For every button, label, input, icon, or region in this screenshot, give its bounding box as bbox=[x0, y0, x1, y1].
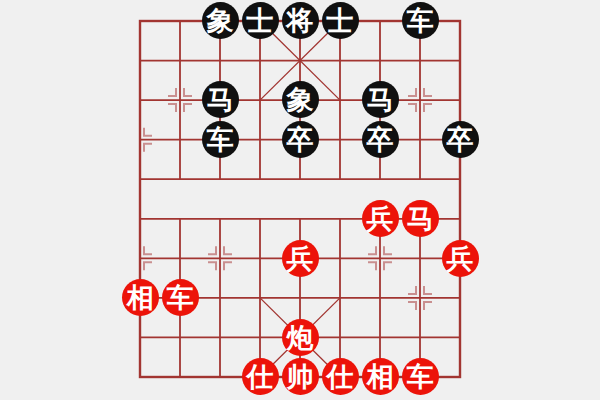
board-point[interactable] bbox=[160, 357, 200, 397]
piece-black-horse[interactable]: 马 bbox=[362, 81, 399, 118]
board-point[interactable] bbox=[160, 41, 200, 81]
board-point[interactable] bbox=[120, 357, 160, 397]
board-point[interactable] bbox=[320, 278, 360, 318]
board-point[interactable] bbox=[120, 1, 160, 41]
board-point[interactable] bbox=[320, 80, 360, 120]
board-point[interactable]: 相 bbox=[120, 278, 160, 318]
board-point[interactable] bbox=[120, 317, 160, 357]
board-point[interactable]: 士 bbox=[240, 1, 280, 41]
board-point[interactable] bbox=[400, 238, 440, 278]
xiangqi-app-screen: 象士将士车马象马车卒卒卒兵马兵兵相车炮仕帅仕相车 bbox=[0, 0, 600, 400]
board-point[interactable] bbox=[160, 159, 200, 199]
board-point[interactable] bbox=[160, 199, 200, 239]
piece-red-chariot[interactable]: 车 bbox=[162, 279, 199, 316]
board-point[interactable]: 卒 bbox=[360, 120, 400, 160]
board-point[interactable] bbox=[240, 159, 280, 199]
board-point[interactable] bbox=[280, 159, 320, 199]
board-point[interactable] bbox=[240, 238, 280, 278]
board-point[interactable]: 帅 bbox=[280, 357, 320, 397]
piece-red-soldier[interactable]: 兵 bbox=[362, 200, 399, 237]
board-point[interactable] bbox=[440, 317, 480, 357]
board-point[interactable] bbox=[440, 80, 480, 120]
piece-red-general[interactable]: 帅 bbox=[282, 358, 319, 395]
board-point[interactable] bbox=[240, 120, 280, 160]
board-point[interactable] bbox=[240, 317, 280, 357]
board-point[interactable] bbox=[120, 238, 160, 278]
board-point[interactable] bbox=[160, 238, 200, 278]
piece-red-soldier[interactable]: 兵 bbox=[442, 240, 479, 277]
board-point[interactable]: 车 bbox=[400, 1, 440, 41]
board-point[interactable] bbox=[400, 317, 440, 357]
board-point[interactable]: 仕 bbox=[240, 357, 280, 397]
board-point[interactable]: 马 bbox=[360, 80, 400, 120]
board-point[interactable] bbox=[120, 41, 160, 81]
piece-red-soldier[interactable]: 兵 bbox=[282, 240, 319, 277]
board-point[interactable] bbox=[160, 80, 200, 120]
board-point[interactable] bbox=[440, 278, 480, 318]
board-point[interactable] bbox=[120, 80, 160, 120]
piece-red-horse[interactable]: 马 bbox=[402, 200, 439, 237]
piece-black-elephant[interactable]: 象 bbox=[202, 2, 239, 39]
board-point[interactable] bbox=[360, 317, 400, 357]
board-point[interactable]: 卒 bbox=[440, 120, 480, 160]
board-point[interactable]: 仕 bbox=[320, 357, 360, 397]
board-point[interactable] bbox=[120, 199, 160, 239]
piece-black-horse[interactable]: 马 bbox=[202, 81, 239, 118]
board-point[interactable] bbox=[120, 120, 160, 160]
board-point[interactable] bbox=[320, 238, 360, 278]
board-point[interactable] bbox=[320, 159, 360, 199]
board-point[interactable] bbox=[320, 199, 360, 239]
board-point[interactable]: 象 bbox=[280, 80, 320, 120]
board-point[interactable] bbox=[320, 120, 360, 160]
piece-red-advisor[interactable]: 仕 bbox=[322, 358, 359, 395]
board-point[interactable]: 士 bbox=[320, 1, 360, 41]
board-point[interactable] bbox=[160, 120, 200, 160]
board-point[interactable]: 兵 bbox=[280, 238, 320, 278]
board-point[interactable] bbox=[360, 238, 400, 278]
board-point[interactable]: 兵 bbox=[440, 238, 480, 278]
piece-red-advisor[interactable]: 仕 bbox=[242, 358, 279, 395]
board-point[interactable] bbox=[280, 41, 320, 81]
board-point[interactable] bbox=[400, 80, 440, 120]
board-point[interactable] bbox=[440, 41, 480, 81]
board-point[interactable] bbox=[200, 317, 240, 357]
xiangqi-board: 象士将士车马象马车卒卒卒兵马兵兵相车炮仕帅仕相车 bbox=[120, 1, 480, 396]
board-point[interactable] bbox=[320, 41, 360, 81]
board-point[interactable]: 兵 bbox=[360, 199, 400, 239]
piece-black-advisor[interactable]: 士 bbox=[322, 2, 359, 39]
board-point[interactable] bbox=[360, 41, 400, 81]
board-point[interactable] bbox=[360, 159, 400, 199]
board-point[interactable] bbox=[200, 357, 240, 397]
board-point[interactable]: 卒 bbox=[280, 120, 320, 160]
board-point[interactable] bbox=[440, 159, 480, 199]
board-point[interactable] bbox=[240, 199, 280, 239]
board-point[interactable] bbox=[120, 159, 160, 199]
board-point[interactable] bbox=[240, 278, 280, 318]
board-point[interactable] bbox=[200, 159, 240, 199]
piece-black-advisor[interactable]: 士 bbox=[242, 2, 279, 39]
board-point[interactable]: 象 bbox=[200, 1, 240, 41]
board-point[interactable] bbox=[400, 120, 440, 160]
piece-black-chariot[interactable]: 车 bbox=[402, 2, 439, 39]
board-point[interactable] bbox=[320, 317, 360, 357]
board-point[interactable] bbox=[200, 41, 240, 81]
board-point[interactable] bbox=[280, 278, 320, 318]
board-point[interactable]: 车 bbox=[400, 357, 440, 397]
board-point[interactable] bbox=[440, 1, 480, 41]
board-point[interactable] bbox=[200, 238, 240, 278]
piece-black-soldier[interactable]: 卒 bbox=[442, 121, 479, 158]
board-point[interactable] bbox=[400, 159, 440, 199]
board-point[interactable]: 马 bbox=[400, 199, 440, 239]
piece-black-chariot[interactable]: 车 bbox=[202, 121, 239, 158]
board-point[interactable] bbox=[240, 80, 280, 120]
board-point[interactable]: 车 bbox=[160, 278, 200, 318]
piece-black-soldier[interactable]: 卒 bbox=[282, 121, 319, 158]
piece-red-elephant[interactable]: 相 bbox=[362, 358, 399, 395]
board-point[interactable] bbox=[440, 199, 480, 239]
piece-black-soldier[interactable]: 卒 bbox=[362, 121, 399, 158]
board-point[interactable] bbox=[280, 199, 320, 239]
board-point[interactable] bbox=[440, 357, 480, 397]
board-point[interactable]: 车 bbox=[200, 120, 240, 160]
board-point[interactable] bbox=[360, 278, 400, 318]
board-point[interactable]: 相 bbox=[360, 357, 400, 397]
piece-red-cannon[interactable]: 炮 bbox=[282, 319, 319, 356]
board-point[interactable]: 炮 bbox=[280, 317, 320, 357]
piece-black-elephant[interactable]: 象 bbox=[282, 81, 319, 118]
piece-red-elephant[interactable]: 相 bbox=[122, 279, 159, 316]
board-point[interactable] bbox=[360, 1, 400, 41]
board-point[interactable] bbox=[400, 278, 440, 318]
board-point[interactable] bbox=[240, 41, 280, 81]
board-point[interactable] bbox=[160, 317, 200, 357]
board-point[interactable]: 马 bbox=[200, 80, 240, 120]
piece-black-general[interactable]: 将 bbox=[282, 2, 319, 39]
board-point[interactable] bbox=[160, 1, 200, 41]
board-point[interactable] bbox=[200, 278, 240, 318]
board-point[interactable] bbox=[200, 199, 240, 239]
piece-red-chariot[interactable]: 车 bbox=[402, 358, 439, 395]
board-point[interactable]: 将 bbox=[280, 1, 320, 41]
board-point[interactable] bbox=[400, 41, 440, 81]
